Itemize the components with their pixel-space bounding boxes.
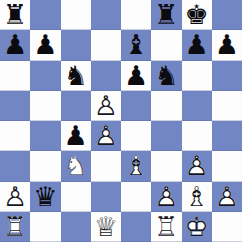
square-h2[interactable]: ♟♙ xyxy=(212,182,242,212)
square-d5[interactable]: ♟♙ xyxy=(91,91,121,121)
square-e7[interactable]: ♝ xyxy=(121,30,151,60)
piece-white-queen-d1[interactable]: ♛♕ xyxy=(91,212,121,242)
square-b7[interactable]: ♟ xyxy=(30,30,60,60)
black-piece-glyph: ♟ xyxy=(121,61,151,91)
white-piece-outline: ♔ xyxy=(182,212,212,242)
chess-board: ♜♜♚♟♟♝♟♟♞♟♞♟♙♟♟♙♞♘♝♗♟♙♟♙♛♟♙♝♗♟♙♜♖♛♕♜♖♚♔ xyxy=(0,0,242,242)
white-piece-outline: ♙ xyxy=(212,182,242,212)
square-h6[interactable] xyxy=(212,61,242,91)
square-a4[interactable] xyxy=(0,121,30,151)
piece-white-bishop-e3[interactable]: ♝♗ xyxy=(121,151,151,181)
square-g2[interactable]: ♝♗ xyxy=(182,182,212,212)
piece-black-pawn-h7[interactable]: ♟ xyxy=(212,30,242,60)
square-h8[interactable] xyxy=(212,0,242,30)
piece-black-pawn-a7[interactable]: ♟ xyxy=(0,30,30,60)
square-a2[interactable]: ♟♙ xyxy=(0,182,30,212)
square-e3[interactable]: ♝♗ xyxy=(121,151,151,181)
square-a3[interactable] xyxy=(0,151,30,181)
square-c5[interactable] xyxy=(61,91,91,121)
square-c3[interactable]: ♞♘ xyxy=(61,151,91,181)
square-b1[interactable] xyxy=(30,212,60,242)
square-a5[interactable] xyxy=(0,91,30,121)
square-e2[interactable] xyxy=(121,182,151,212)
black-piece-glyph: ♟ xyxy=(212,30,242,60)
square-c2[interactable] xyxy=(61,182,91,212)
black-piece-glyph: ♟ xyxy=(30,30,60,60)
square-g7[interactable]: ♟ xyxy=(182,30,212,60)
square-h4[interactable] xyxy=(212,121,242,151)
piece-white-bishop-g2[interactable]: ♝♗ xyxy=(182,182,212,212)
square-c1[interactable] xyxy=(61,212,91,242)
square-e8[interactable] xyxy=(121,0,151,30)
piece-black-rook-f8[interactable]: ♜ xyxy=(151,0,181,30)
square-f6[interactable]: ♞ xyxy=(151,61,181,91)
square-c8[interactable] xyxy=(61,0,91,30)
square-b2[interactable]: ♛ xyxy=(30,182,60,212)
square-g8[interactable]: ♚ xyxy=(182,0,212,30)
square-b8[interactable] xyxy=(30,0,60,30)
square-g3[interactable]: ♟♙ xyxy=(182,151,212,181)
square-a7[interactable]: ♟ xyxy=(0,30,30,60)
square-h1[interactable] xyxy=(212,212,242,242)
piece-white-pawn-h2[interactable]: ♟♙ xyxy=(212,182,242,212)
square-a1[interactable]: ♜♖ xyxy=(0,212,30,242)
piece-black-pawn-g7[interactable]: ♟ xyxy=(182,30,212,60)
square-e5[interactable] xyxy=(121,91,151,121)
piece-black-pawn-e6[interactable]: ♟ xyxy=(121,61,151,91)
white-piece-outline: ♙ xyxy=(182,151,212,181)
square-e6[interactable]: ♟ xyxy=(121,61,151,91)
piece-white-rook-a1[interactable]: ♜♖ xyxy=(0,212,30,242)
black-piece-glyph: ♛ xyxy=(30,182,60,212)
square-a6[interactable] xyxy=(0,61,30,91)
square-f4[interactable] xyxy=(151,121,181,151)
white-piece-outline: ♗ xyxy=(121,151,151,181)
piece-white-rook-f1[interactable]: ♜♖ xyxy=(151,212,181,242)
square-c4[interactable]: ♟ xyxy=(61,121,91,151)
square-f7[interactable] xyxy=(151,30,181,60)
chess-board-window: ♜♜♚♟♟♝♟♟♞♟♞♟♙♟♟♙♞♘♝♗♟♙♟♙♛♟♙♝♗♟♙♜♖♛♕♜♖♚♔ xyxy=(0,0,242,242)
square-e1[interactable] xyxy=(121,212,151,242)
piece-white-pawn-d4[interactable]: ♟♙ xyxy=(91,121,121,151)
black-piece-glyph: ♝ xyxy=(121,30,151,60)
square-b6[interactable] xyxy=(30,61,60,91)
black-piece-glyph: ♟ xyxy=(182,30,212,60)
square-f5[interactable] xyxy=(151,91,181,121)
square-f2[interactable]: ♟♙ xyxy=(151,182,181,212)
piece-black-knight-c6[interactable]: ♞ xyxy=(61,61,91,91)
square-b3[interactable] xyxy=(30,151,60,181)
square-h5[interactable] xyxy=(212,91,242,121)
white-piece-outline: ♙ xyxy=(151,182,181,212)
white-piece-outline: ♙ xyxy=(0,182,30,212)
square-d6[interactable] xyxy=(91,61,121,91)
white-piece-outline: ♖ xyxy=(151,212,181,242)
square-g5[interactable] xyxy=(182,91,212,121)
square-b4[interactable] xyxy=(30,121,60,151)
piece-black-rook-a8[interactable]: ♜ xyxy=(0,0,30,30)
square-c6[interactable]: ♞ xyxy=(61,61,91,91)
piece-white-knight-c3[interactable]: ♞♘ xyxy=(61,151,91,181)
white-piece-outline: ♙ xyxy=(91,91,121,121)
piece-white-pawn-g3[interactable]: ♟♙ xyxy=(182,151,212,181)
piece-white-king-g1[interactable]: ♚♔ xyxy=(182,212,212,242)
black-piece-glyph: ♞ xyxy=(151,61,181,91)
black-piece-glyph: ♟ xyxy=(61,121,91,151)
square-d8[interactable] xyxy=(91,0,121,30)
square-d3[interactable] xyxy=(91,151,121,181)
square-d7[interactable] xyxy=(91,30,121,60)
piece-white-pawn-d5[interactable]: ♟♙ xyxy=(91,91,121,121)
white-piece-outline: ♖ xyxy=(0,212,30,242)
piece-black-bishop-e7[interactable]: ♝ xyxy=(121,30,151,60)
square-f3[interactable] xyxy=(151,151,181,181)
square-h3[interactable] xyxy=(212,151,242,181)
black-piece-glyph: ♚ xyxy=(182,0,212,30)
piece-black-king-g8[interactable]: ♚ xyxy=(182,0,212,30)
black-piece-glyph: ♜ xyxy=(0,0,30,30)
square-e4[interactable] xyxy=(121,121,151,151)
square-b5[interactable] xyxy=(30,91,60,121)
square-d2[interactable] xyxy=(91,182,121,212)
square-a8[interactable]: ♜ xyxy=(0,0,30,30)
square-d1[interactable]: ♛♕ xyxy=(91,212,121,242)
square-g6[interactable] xyxy=(182,61,212,91)
white-piece-outline: ♗ xyxy=(182,182,212,212)
black-piece-glyph: ♞ xyxy=(61,61,91,91)
square-h7[interactable]: ♟ xyxy=(212,30,242,60)
black-piece-glyph: ♜ xyxy=(151,0,181,30)
black-piece-glyph: ♟ xyxy=(0,30,30,60)
piece-white-pawn-a2[interactable]: ♟♙ xyxy=(0,182,30,212)
square-f8[interactable]: ♜ xyxy=(151,0,181,30)
square-g1[interactable]: ♚♔ xyxy=(182,212,212,242)
square-c7[interactable] xyxy=(61,30,91,60)
piece-black-pawn-c4[interactable]: ♟ xyxy=(61,121,91,151)
piece-black-knight-f6[interactable]: ♞ xyxy=(151,61,181,91)
white-piece-outline: ♕ xyxy=(91,212,121,242)
square-g4[interactable] xyxy=(182,121,212,151)
square-f1[interactable]: ♜♖ xyxy=(151,212,181,242)
piece-black-queen-b2[interactable]: ♛ xyxy=(30,182,60,212)
white-piece-outline: ♙ xyxy=(91,121,121,151)
piece-black-pawn-b7[interactable]: ♟ xyxy=(30,30,60,60)
piece-white-pawn-f2[interactable]: ♟♙ xyxy=(151,182,181,212)
white-piece-outline: ♘ xyxy=(61,151,91,181)
square-d4[interactable]: ♟♙ xyxy=(91,121,121,151)
